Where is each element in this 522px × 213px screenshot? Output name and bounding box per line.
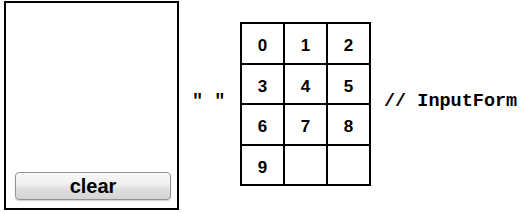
keypad-cell-4[interactable]: 4: [285, 65, 326, 104]
string-literal: " ": [192, 93, 225, 112]
inputform-annotation: // InputForm: [384, 93, 517, 112]
keypad-cell-empty-1: [285, 146, 326, 185]
keypad-cell-5[interactable]: 5: [328, 65, 369, 104]
keypad-cell-empty-2: [328, 146, 369, 185]
keypad-cell-7[interactable]: 7: [285, 105, 326, 144]
digit-keypad-grid: 0 1 2 3 4 5 6 7 8 9: [240, 22, 371, 186]
display-panel: clear: [4, 1, 179, 210]
clear-button[interactable]: clear: [15, 172, 171, 200]
keypad-cell-2[interactable]: 2: [328, 24, 369, 63]
keypad-cell-8[interactable]: 8: [328, 105, 369, 144]
keypad-cell-0[interactable]: 0: [242, 24, 283, 63]
notebook-output: clear " " 0 1 2 3 4 5 6 7 8 9 // InputFo…: [0, 0, 522, 213]
keypad-cell-9[interactable]: 9: [242, 146, 283, 185]
keypad-cell-1[interactable]: 1: [285, 24, 326, 63]
keypad-cell-3[interactable]: 3: [242, 65, 283, 104]
keypad-cell-6[interactable]: 6: [242, 105, 283, 144]
